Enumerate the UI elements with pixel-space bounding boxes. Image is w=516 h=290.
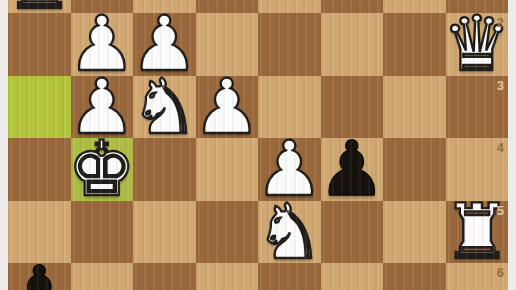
square-c4[interactable]: ♟ — [321, 138, 384, 201]
square-d2[interactable] — [258, 13, 321, 76]
square-c5[interactable] — [321, 201, 384, 264]
rank-label-4: 4 — [497, 140, 504, 155]
square-e3[interactable]: ♟ — [196, 76, 259, 139]
rank-label-6: 6 — [497, 265, 504, 280]
square-g6[interactable] — [71, 263, 134, 290]
square-a3[interactable]: 3 — [446, 76, 509, 139]
white-rook[interactable]: ♜ — [8, 0, 71, 13]
square-f4[interactable] — [133, 138, 196, 201]
square-e6[interactable] — [196, 263, 259, 290]
square-h1[interactable]: ♜ — [8, 0, 71, 13]
square-d1[interactable] — [258, 0, 321, 13]
square-h2[interactable] — [8, 13, 71, 76]
square-f6[interactable] — [133, 263, 196, 290]
white-knight[interactable]: ♞ — [133, 76, 196, 139]
square-c2[interactable] — [321, 13, 384, 76]
square-a2[interactable]: ♛2 — [446, 13, 509, 76]
square-c6[interactable] — [321, 263, 384, 290]
white-pawn[interactable]: ♟ — [196, 76, 259, 139]
rank-label-3: 3 — [497, 78, 504, 93]
square-e5[interactable] — [196, 201, 259, 264]
square-e4[interactable] — [196, 138, 259, 201]
rank-label-2: 2 — [497, 15, 504, 30]
square-b6[interactable] — [383, 263, 446, 290]
square-b3[interactable] — [383, 76, 446, 139]
chess-board: ♜♟♟♛2♟♞♟3♚♟♟4♞♜5♟6 — [8, 0, 508, 290]
square-d6[interactable] — [258, 263, 321, 290]
square-f3[interactable]: ♞ — [133, 76, 196, 139]
square-b1[interactable] — [383, 0, 446, 13]
white-knight[interactable]: ♞ — [258, 201, 321, 264]
square-h3[interactable] — [8, 76, 71, 139]
board-viewport: ♜♟♟♛2♟♞♟3♚♟♟4♞♜5♟6 — [0, 0, 516, 290]
square-a6[interactable]: 6 — [446, 263, 509, 290]
square-b4[interactable] — [383, 138, 446, 201]
rank-label-5: 5 — [497, 203, 504, 218]
white-king[interactable]: ♚ — [71, 138, 134, 201]
black-pawn[interactable]: ♟ — [321, 138, 384, 201]
square-a5[interactable]: ♜5 — [446, 201, 509, 264]
square-e1[interactable] — [196, 0, 259, 13]
square-d5[interactable]: ♞ — [258, 201, 321, 264]
square-g5[interactable] — [71, 201, 134, 264]
square-c1[interactable] — [321, 0, 384, 13]
square-b2[interactable] — [383, 13, 446, 76]
square-g4[interactable]: ♚ — [71, 138, 134, 201]
square-h6[interactable]: ♟ — [8, 263, 71, 290]
black-pawn[interactable]: ♟ — [8, 263, 71, 290]
square-b5[interactable] — [383, 201, 446, 264]
square-f5[interactable] — [133, 201, 196, 264]
square-h4[interactable] — [8, 138, 71, 201]
